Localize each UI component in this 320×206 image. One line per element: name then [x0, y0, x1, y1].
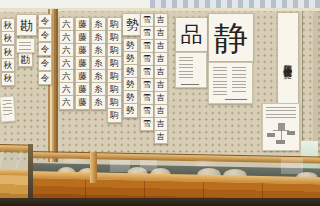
- kanji-glyph: 勢: [126, 41, 135, 50]
- kanji-glyph: 勘: [21, 55, 31, 65]
- kanji-glyph: 藤: [78, 85, 87, 94]
- kanji-glyph: 秋: [4, 34, 13, 43]
- kanji-card-rei-2: 令: [38, 28, 52, 42]
- kanji-card-yuki-1: 雪: [140, 13, 154, 27]
- kanji-glyph: 秋: [4, 21, 13, 30]
- kanji-glyph: 駒: [110, 59, 119, 68]
- kanji-glyph: 糸: [94, 72, 103, 81]
- kanji-card-aki-5: 秋: [1, 72, 15, 86]
- kanji-card-aki-2: 秋: [1, 31, 15, 45]
- kanji-glyph: 勢: [126, 54, 135, 63]
- kanji-card-kan-small-1: 勘: [18, 52, 33, 67]
- panel-seam-line: [302, 11, 303, 141]
- kanji-card-rei-5: 令: [38, 71, 52, 85]
- kanji-glyph: 糸: [94, 59, 103, 68]
- kanji-card-kichi-8: 吉: [154, 104, 168, 118]
- kanji-card-rei-1: 令: [38, 14, 52, 28]
- kanji-glyph: 糸: [94, 98, 103, 107]
- kanji-glyph: 六: [62, 59, 71, 68]
- exhibit-title-banner: 銭形平次捕物控女一覧: [277, 12, 299, 109]
- kanji-glyph: 静: [214, 21, 248, 55]
- kanji-glyph: 吉: [157, 107, 165, 115]
- kanji-card-yuki-6: 雪: [140, 78, 154, 92]
- kanji-card-yuki-7: 雪: [140, 91, 154, 105]
- kanji-card-aki-3: 秋: [1, 45, 15, 59]
- floor-shadow: [0, 198, 320, 206]
- kanji-glyph: 吉: [157, 94, 165, 102]
- kanji-card-rei-4: 令: [38, 57, 52, 71]
- kanji-glyph: 令: [41, 45, 50, 54]
- kanji-glyph: 令: [41, 59, 50, 68]
- kanji-card-hin-large: 品: [175, 17, 208, 52]
- kanji-card-yuki-8: 雪: [140, 104, 154, 118]
- glass-reflection: [140, 160, 157, 171]
- kanji-glyph: 六: [62, 98, 71, 107]
- kanji-glyph: 六: [62, 20, 71, 29]
- shizuka-list-card: [208, 62, 253, 104]
- kanji-glyph: 勘: [20, 19, 33, 32]
- kanji-card-kichi-10: 吉: [154, 130, 168, 144]
- kanji-card-ito-7: 糸: [91, 95, 106, 110]
- kanji-glyph: 秋: [4, 61, 13, 70]
- explanation-card: [262, 103, 300, 151]
- banner-text: 銭形平次捕物控女一覧: [284, 58, 293, 64]
- kanji-glyph: 勢: [126, 67, 135, 76]
- kanji-glyph: 吉: [157, 133, 165, 141]
- kanji-card-kichi-9: 吉: [154, 117, 168, 131]
- kanji-glyph: 糸: [94, 85, 103, 94]
- kanji-glyph: 雪: [143, 29, 151, 37]
- kanji-glyph: 令: [41, 17, 50, 26]
- kanji-card-kichi-3: 吉: [154, 39, 168, 53]
- kanji-glyph: 六: [62, 85, 71, 94]
- kanji-card-kan-large: 勘: [16, 14, 37, 36]
- kanji-glyph: 勢: [126, 93, 135, 102]
- glass-reflection: [281, 158, 303, 174]
- kanji-glyph: 雪: [143, 81, 151, 89]
- exhibit-photo: 銭形平次捕物控女一覧 勘勢品静秋秋秋秋秋勘令令令令令六六六六六六六藤藤藤藤藤藤藤…: [0, 0, 320, 206]
- kanji-glyph: 雪: [143, 94, 151, 102]
- kanji-glyph: 糸: [94, 33, 103, 42]
- kanji-glyph: 雪: [143, 42, 151, 50]
- kanji-glyph: 糸: [94, 46, 103, 55]
- kanji-card-yuki-3: 雪: [140, 39, 154, 53]
- kanji-card-sei-col-6: 勢: [123, 103, 138, 118]
- kanji-glyph: 糸: [94, 20, 103, 29]
- kanji-glyph: 吉: [157, 29, 165, 37]
- kanji-card-fuji-7: 藤: [75, 95, 90, 110]
- kanji-glyph: 藤: [78, 33, 87, 42]
- kanji-glyph: 勢: [126, 80, 135, 89]
- kanji-glyph: 駒: [110, 98, 119, 107]
- kanji-card-aki-4: 秋: [1, 58, 15, 72]
- kanji-glyph: 勢: [126, 106, 135, 115]
- kanji-glyph: 吉: [157, 42, 165, 50]
- kanji-card-yuki-5: 雪: [140, 65, 154, 79]
- kanji-glyph: 藤: [78, 59, 87, 68]
- kanji-card-rei-3: 令: [38, 42, 52, 56]
- kanji-card-kichi-2: 吉: [154, 26, 168, 40]
- kanji-glyph: 駒: [110, 111, 119, 120]
- kanji-card-roku-7: 六: [59, 95, 74, 110]
- kanji-card-kichi-5: 吉: [154, 65, 168, 79]
- hin-list-card: [175, 52, 207, 88]
- kanji-glyph: 秋: [4, 48, 13, 57]
- kanji-glyph: 駒: [110, 20, 119, 29]
- kanji-glyph: 雪: [143, 16, 151, 24]
- kanji-glyph: 勢: [126, 18, 139, 31]
- kanji-glyph: 令: [41, 74, 50, 83]
- kanji-glyph: 品: [181, 24, 203, 46]
- kanji-card-shizuka-large: 静: [208, 13, 254, 62]
- kanji-glyph: 吉: [157, 81, 165, 89]
- kanji-glyph: 駒: [110, 46, 119, 55]
- kanji-card-aki-1: 秋: [1, 18, 15, 32]
- glass-reflection: [110, 160, 130, 172]
- corner-info-card: [0, 96, 16, 123]
- kanji-glyph: 六: [62, 72, 71, 81]
- kanji-card-koma-8: 駒: [107, 108, 122, 123]
- kanji-glyph: 吉: [157, 16, 165, 24]
- kanji-glyph: 吉: [157, 55, 165, 63]
- kanji-glyph: 藤: [78, 72, 87, 81]
- kanji-glyph: 藤: [78, 98, 87, 107]
- kanji-glyph: 吉: [157, 120, 165, 128]
- kanji-card-kichi-7: 吉: [154, 91, 168, 105]
- kanji-glyph: 雪: [143, 55, 151, 63]
- kanji-card-kichi-6: 吉: [154, 78, 168, 92]
- kanji-glyph: 駒: [110, 85, 119, 94]
- kanji-glyph: 藤: [78, 20, 87, 29]
- kanji-glyph: 雪: [143, 68, 151, 76]
- kanji-glyph: 六: [62, 33, 71, 42]
- kanji-glyph: 令: [41, 31, 50, 40]
- kanji-card-kichi-1: 吉: [154, 13, 168, 27]
- kanji-glyph: 吉: [157, 68, 165, 76]
- kanji-glyph: 六: [62, 46, 71, 55]
- kanji-glyph: 秋: [4, 74, 13, 83]
- case-gap-shadow: [28, 144, 33, 202]
- kanji-card-yuki-4: 雪: [140, 52, 154, 66]
- kan-label-card: [16, 38, 35, 53]
- kanji-card-kichi-4: 吉: [154, 52, 168, 66]
- kanji-glyph: 雪: [143, 107, 151, 115]
- kanji-glyph: 駒: [110, 72, 119, 81]
- case-corner-post: [90, 152, 97, 183]
- kanji-glyph: 藤: [78, 46, 87, 55]
- kanji-glyph: 駒: [110, 33, 119, 42]
- kanji-card-yuki-9: 雪: [140, 117, 154, 131]
- kanji-card-yuki-2: 雪: [140, 26, 154, 40]
- kanji-glyph: 雪: [143, 120, 151, 128]
